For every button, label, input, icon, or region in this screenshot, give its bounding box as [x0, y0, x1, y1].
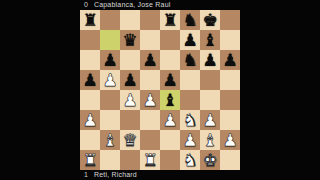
black-rook-a8: ♜: [80, 10, 100, 30]
square-b6[interactable]: ♟: [100, 50, 120, 70]
white-king-g1: ♚: [200, 150, 220, 170]
white-pawn-g3: ♟: [200, 110, 220, 130]
black-pawn-d6: ♟: [140, 50, 160, 70]
square-a7[interactable]: [80, 30, 100, 50]
top-player-bar: 0Capablanca, Jose Raul: [84, 0, 171, 10]
square-f4[interactable]: [180, 90, 200, 110]
square-g2[interactable]: ♝: [200, 130, 220, 150]
square-d6[interactable]: ♟: [140, 50, 160, 70]
square-c5[interactable]: ♟: [120, 70, 140, 90]
white-rook-a1: ♜: [80, 150, 100, 170]
white-pawn-b5: ♟: [100, 70, 120, 90]
square-h5[interactable]: [220, 70, 240, 90]
square-h6[interactable]: ♟: [220, 50, 240, 70]
square-c4[interactable]: ♟: [120, 90, 140, 110]
square-a5[interactable]: ♟: [80, 70, 100, 90]
square-b7[interactable]: [100, 30, 120, 50]
black-knight-f6: ♞: [180, 50, 200, 70]
square-c7[interactable]: ♛: [120, 30, 140, 50]
black-king-g8: ♚: [200, 10, 220, 30]
bottom-player-name: Reti, Richard: [94, 171, 137, 178]
square-f6[interactable]: ♞: [180, 50, 200, 70]
square-g5[interactable]: [200, 70, 220, 90]
white-pawn-d4: ♟: [140, 90, 160, 110]
square-c1[interactable]: [120, 150, 140, 170]
black-rook-e8: ♜: [160, 10, 180, 30]
square-h3[interactable]: [220, 110, 240, 130]
square-e1[interactable]: [160, 150, 180, 170]
square-d1[interactable]: ♜: [140, 150, 160, 170]
black-pawn-h6: ♟: [220, 50, 240, 70]
square-h1[interactable]: [220, 150, 240, 170]
white-knight-f3: ♞: [180, 110, 200, 130]
square-a2[interactable]: [80, 130, 100, 150]
square-h4[interactable]: [220, 90, 240, 110]
square-e6[interactable]: [160, 50, 180, 70]
square-d5[interactable]: [140, 70, 160, 90]
bottom-player-bar: 1Reti, Richard: [84, 170, 137, 180]
square-d8[interactable]: [140, 10, 160, 30]
square-a3[interactable]: ♟: [80, 110, 100, 130]
chess-board: ♜♜♞♚♛♟♝♟♟♞♟♟♟♟♟♟♟♟♝♟♟♞♟♝♛♟♝♟♜♜♞♚: [80, 10, 240, 170]
white-pawn-f2: ♟: [180, 130, 200, 150]
square-f2[interactable]: ♟: [180, 130, 200, 150]
square-h8[interactable]: [220, 10, 240, 30]
square-b2[interactable]: ♝: [100, 130, 120, 150]
white-pawn-h2: ♟: [220, 130, 240, 150]
white-pawn-e3: ♟: [160, 110, 180, 130]
square-c2[interactable]: ♛: [120, 130, 140, 150]
square-d7[interactable]: [140, 30, 160, 50]
square-h7[interactable]: [220, 30, 240, 50]
square-f5[interactable]: [180, 70, 200, 90]
square-a6[interactable]: [80, 50, 100, 70]
black-pawn-g6: ♟: [200, 50, 220, 70]
square-a4[interactable]: [80, 90, 100, 110]
square-d2[interactable]: [140, 130, 160, 150]
bottom-player-score: 1: [84, 170, 88, 180]
black-pawn-a5: ♟: [80, 70, 100, 90]
top-player-name: Capablanca, Jose Raul: [94, 1, 171, 8]
square-e7[interactable]: [160, 30, 180, 50]
black-queen-c7: ♛: [120, 30, 140, 50]
square-e5[interactable]: ♟: [160, 70, 180, 90]
square-c6[interactable]: [120, 50, 140, 70]
white-pawn-a3: ♟: [80, 110, 100, 130]
square-f8[interactable]: ♞: [180, 10, 200, 30]
square-f3[interactable]: ♞: [180, 110, 200, 130]
square-d3[interactable]: [140, 110, 160, 130]
square-a8[interactable]: ♜: [80, 10, 100, 30]
square-b8[interactable]: [100, 10, 120, 30]
square-g4[interactable]: [200, 90, 220, 110]
black-pawn-e5: ♟: [160, 70, 180, 90]
square-d4[interactable]: ♟: [140, 90, 160, 110]
black-bishop-g7: ♝: [200, 30, 220, 50]
black-bishop-e4: ♝: [160, 90, 180, 110]
square-b3[interactable]: [100, 110, 120, 130]
top-player-score: 0: [84, 0, 88, 10]
black-knight-f8: ♞: [180, 10, 200, 30]
black-pawn-c5: ♟: [120, 70, 140, 90]
white-knight-f1: ♞: [180, 150, 200, 170]
square-a1[interactable]: ♜: [80, 150, 100, 170]
white-queen-c2: ♛: [120, 130, 140, 150]
square-e4[interactable]: ♝: [160, 90, 180, 110]
square-e2[interactable]: [160, 130, 180, 150]
square-g1[interactable]: ♚: [200, 150, 220, 170]
square-c8[interactable]: [120, 10, 140, 30]
square-g3[interactable]: ♟: [200, 110, 220, 130]
square-f1[interactable]: ♞: [180, 150, 200, 170]
square-g8[interactable]: ♚: [200, 10, 220, 30]
square-e8[interactable]: ♜: [160, 10, 180, 30]
square-b5[interactable]: ♟: [100, 70, 120, 90]
square-e3[interactable]: ♟: [160, 110, 180, 130]
square-f7[interactable]: ♟: [180, 30, 200, 50]
white-bishop-g2: ♝: [200, 130, 220, 150]
square-g7[interactable]: ♝: [200, 30, 220, 50]
square-g6[interactable]: ♟: [200, 50, 220, 70]
square-c3[interactable]: [120, 110, 140, 130]
square-h2[interactable]: ♟: [220, 130, 240, 150]
white-pawn-c4: ♟: [120, 90, 140, 110]
square-b4[interactable]: [100, 90, 120, 110]
square-b1[interactable]: [100, 150, 120, 170]
white-rook-d1: ♜: [140, 150, 160, 170]
chess-gif-frame: 0Capablanca, Jose Raul ♜♜♞♚♛♟♝♟♟♞♟♟♟♟♟♟♟…: [0, 0, 320, 180]
black-pawn-b6: ♟: [100, 50, 120, 70]
white-bishop-b2: ♝: [100, 130, 120, 150]
black-pawn-f7: ♟: [180, 30, 200, 50]
